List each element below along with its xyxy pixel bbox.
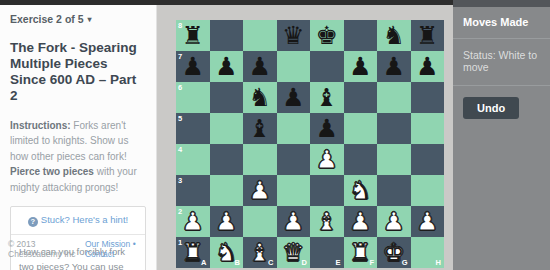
square-b2[interactable]: ♟: [210, 206, 244, 237]
square-a1[interactable]: 1A♜: [176, 237, 210, 268]
square-c3[interactable]: ♟: [243, 175, 277, 206]
contact-link[interactable]: Contact: [85, 249, 114, 259]
square-h4[interactable]: [411, 144, 445, 175]
piece-white-bishop-e2[interactable]: ♝: [310, 206, 344, 237]
page: Exercise 2 of 5 ▾ The Fork - Spearing Mu…: [0, 0, 550, 270]
square-f7[interactable]: ♟: [344, 51, 378, 82]
instructions-label: Instructions:: [10, 120, 71, 131]
square-d8[interactable]: ♛: [277, 20, 311, 51]
square-g4[interactable]: [377, 144, 411, 175]
square-h2[interactable]: ♟: [411, 206, 445, 237]
square-b5[interactable]: [210, 113, 244, 144]
square-b7[interactable]: ♟: [210, 51, 244, 82]
piece-black-bishop-c5[interactable]: ♝: [243, 113, 277, 144]
file-label-e: E: [335, 258, 340, 267]
square-b6[interactable]: [210, 82, 244, 113]
piece-black-king-e8[interactable]: ♚: [310, 20, 344, 51]
square-f5[interactable]: [344, 113, 378, 144]
square-c7[interactable]: ♟: [243, 51, 277, 82]
square-f4[interactable]: [344, 144, 378, 175]
square-h6[interactable]: [411, 82, 445, 113]
copyright-text: © 2013 Chesscademy Inc: [8, 239, 85, 259]
piece-white-pawn-g2[interactable]: ♟: [377, 206, 411, 237]
piece-white-king-g1[interactable]: ♚: [377, 237, 411, 268]
chess-board: 8♜♛♚♞♜7♟♟♟♟♟♟6♞♟♝5♝♟4♟3♟♞2♟♟♟♝♟♟♟1A♜B♞C♝…: [176, 20, 444, 268]
chevron-down-icon: ▾: [88, 15, 92, 24]
rank-label-5: 5: [178, 114, 182, 123]
square-d3[interactable]: [277, 175, 311, 206]
square-c6[interactable]: ♞: [243, 82, 277, 113]
piece-black-rook-a8[interactable]: ♜: [176, 20, 210, 51]
piece-white-knight-f3[interactable]: ♞: [344, 175, 378, 206]
square-g6[interactable]: [377, 82, 411, 113]
piece-white-bishop-c1[interactable]: ♝: [243, 237, 277, 268]
instructions-bold: Pierce two pieces: [10, 166, 94, 177]
square-c5[interactable]: ♝: [243, 113, 277, 144]
square-e2[interactable]: ♝: [310, 206, 344, 237]
moves-panel: Moves Made Status: White to move Undo: [453, 0, 550, 270]
exercise-label: Exercise 2 of 5: [10, 13, 84, 25]
square-d6[interactable]: ♟: [277, 82, 311, 113]
hint-toggle[interactable]: ?Stuck? Here's a hint!: [11, 207, 145, 235]
square-c1[interactable]: C♝: [243, 237, 277, 268]
status-text: Status: White to move: [453, 39, 550, 86]
panel-top-bar: [453, 0, 550, 7]
rank-label-6: 6: [178, 83, 182, 92]
square-d4[interactable]: [277, 144, 311, 175]
piece-white-pawn-d2[interactable]: ♟: [277, 206, 311, 237]
piece-black-pawn-g7[interactable]: ♟: [377, 51, 411, 82]
square-b4[interactable]: [210, 144, 244, 175]
sidebar: Exercise 2 of 5 ▾ The Fork - Spearing Mu…: [0, 5, 157, 270]
piece-black-pawn-a7[interactable]: ♟: [176, 51, 210, 82]
square-a2[interactable]: 2♟: [176, 206, 210, 237]
piece-white-pawn-h2[interactable]: ♟: [411, 206, 445, 237]
square-b8[interactable]: [210, 20, 244, 51]
square-g7[interactable]: ♟: [377, 51, 411, 82]
question-icon: ?: [28, 217, 38, 227]
piece-black-pawn-h7[interactable]: ♟: [411, 51, 445, 82]
piece-white-pawn-c3[interactable]: ♟: [243, 175, 277, 206]
piece-white-pawn-a2[interactable]: ♟: [176, 206, 210, 237]
square-g3[interactable]: [377, 175, 411, 206]
square-e6[interactable]: ♝: [310, 82, 344, 113]
square-a3[interactable]: 3: [176, 175, 210, 206]
page-title: The Fork - Spearing Multiple Pieces Sinc…: [10, 40, 146, 104]
square-g8[interactable]: ♞: [377, 20, 411, 51]
footer: © 2013 Chesscademy Inc Our Mission • Con…: [8, 239, 150, 259]
link-separator: •: [133, 239, 136, 249]
piece-black-pawn-b7[interactable]: ♟: [210, 51, 244, 82]
square-e4[interactable]: ♟: [310, 144, 344, 175]
rank-label-3: 3: [178, 176, 182, 185]
piece-white-pawn-f2[interactable]: ♟: [344, 206, 378, 237]
file-label-h: H: [436, 258, 441, 267]
square-b3[interactable]: [210, 175, 244, 206]
piece-white-rook-a1[interactable]: ♜: [176, 237, 210, 268]
piece-white-queen-d1[interactable]: ♛: [277, 237, 311, 268]
square-d2[interactable]: ♟: [277, 206, 311, 237]
square-f6[interactable]: [344, 82, 378, 113]
moves-made-header: Moves Made: [453, 7, 550, 39]
square-e1[interactable]: E: [310, 237, 344, 268]
square-a8[interactable]: 8♜: [176, 20, 210, 51]
piece-black-queen-d8[interactable]: ♛: [277, 20, 311, 51]
footer-links: Our Mission • Contact: [85, 239, 150, 259]
square-a5[interactable]: 5: [176, 113, 210, 144]
piece-black-pawn-c7[interactable]: ♟: [243, 51, 277, 82]
square-a4[interactable]: 4: [176, 144, 210, 175]
square-d1[interactable]: D♛: [277, 237, 311, 268]
piece-white-pawn-b2[interactable]: ♟: [210, 206, 244, 237]
piece-white-pawn-e4[interactable]: ♟: [310, 144, 344, 175]
our-mission-link[interactable]: Our Mission: [85, 239, 130, 249]
square-d7[interactable]: [277, 51, 311, 82]
piece-black-knight-c6[interactable]: ♞: [243, 82, 277, 113]
square-h3[interactable]: [411, 175, 445, 206]
undo-button[interactable]: Undo: [463, 97, 519, 119]
square-c8[interactable]: [243, 20, 277, 51]
piece-black-pawn-f7[interactable]: ♟: [344, 51, 378, 82]
square-g1[interactable]: G♚: [377, 237, 411, 268]
square-c2[interactable]: [243, 206, 277, 237]
square-a7[interactable]: 7♟: [176, 51, 210, 82]
square-f2[interactable]: ♟: [344, 206, 378, 237]
hint-header-label: Stuck? Here's a hint!: [41, 214, 128, 225]
square-f1[interactable]: F♜: [344, 237, 378, 268]
square-f3[interactable]: ♞: [344, 175, 378, 206]
square-f8[interactable]: [344, 20, 378, 51]
square-h1[interactable]: H: [411, 237, 445, 268]
square-h7[interactable]: ♟: [411, 51, 445, 82]
square-e3[interactable]: [310, 175, 344, 206]
instructions-text: Instructions: Forks aren't limited to kn…: [10, 118, 146, 196]
piece-black-knight-g8[interactable]: ♞: [377, 20, 411, 51]
exercise-dropdown[interactable]: Exercise 2 of 5 ▾: [10, 13, 146, 25]
piece-black-rook-h8[interactable]: ♜: [411, 20, 445, 51]
square-b1[interactable]: B♞: [210, 237, 244, 268]
square-h8[interactable]: ♜: [411, 20, 445, 51]
piece-white-rook-f1[interactable]: ♜: [344, 237, 378, 268]
piece-black-pawn-e5[interactable]: ♟: [310, 113, 344, 144]
square-g2[interactable]: ♟: [377, 206, 411, 237]
square-e7[interactable]: [310, 51, 344, 82]
square-e8[interactable]: ♚: [310, 20, 344, 51]
rank-label-4: 4: [178, 145, 182, 154]
piece-white-knight-b1[interactable]: ♞: [210, 237, 244, 268]
square-h5[interactable]: [411, 113, 445, 144]
square-g5[interactable]: [377, 113, 411, 144]
square-d5[interactable]: [277, 113, 311, 144]
square-a6[interactable]: 6: [176, 82, 210, 113]
square-e5[interactable]: ♟: [310, 113, 344, 144]
piece-black-bishop-e6[interactable]: ♝: [310, 82, 344, 113]
square-c4[interactable]: [243, 144, 277, 175]
piece-black-pawn-d6[interactable]: ♟: [277, 82, 311, 113]
